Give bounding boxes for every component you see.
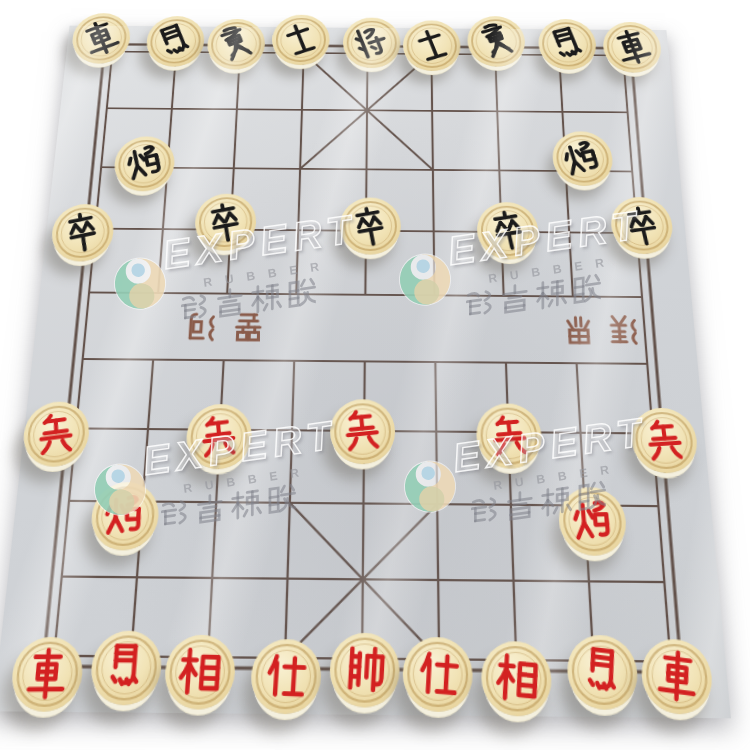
pieces-layer [70,26,667,31]
piece-character-卒 [344,202,397,252]
piece-character-兵 [336,405,389,458]
piece-character-馬 [540,21,595,68]
piece-character-炮 [566,496,620,548]
piece-character-相 [489,648,544,709]
xiangqi-board [0,26,731,719]
piece-character-士 [273,15,327,63]
piece-character-相 [172,643,228,700]
piece-character-炮 [554,134,610,183]
product-photo-stage: EXPERTRUBBEREXPERTRUBBEREXPERTRUBBEREXPE… [0,0,750,750]
piece-character-車 [74,13,128,62]
piece-character-兵 [482,410,536,462]
piece-character-馬 [148,17,202,66]
piece-black-general-f5r1[interactable] [342,17,400,68]
river-label-han-jie [561,314,643,348]
piece-character-車 [19,646,76,702]
piece-red-soldier-f5r7[interactable] [329,399,395,464]
piece-character-兵 [193,410,245,464]
piece-character-炮 [119,139,171,189]
piece-black-elephant-f7r1[interactable] [467,16,526,67]
piece-character-仕 [258,647,313,705]
piece-character-帥 [337,640,392,699]
piece-character-車 [650,645,704,708]
piece-character-馬 [575,641,629,703]
board-grid [0,26,731,719]
piece-character-仕 [411,644,466,704]
river-label-chu-he [184,310,265,344]
piece-character-卒 [57,207,108,258]
piece-character-炮 [99,490,150,543]
piece-red-elephant-f7r10[interactable] [481,641,553,717]
piece-character-將 [344,19,399,67]
piece-character-馬 [98,639,154,695]
piece-black-soldier-f5r4[interactable] [339,198,400,256]
piece-character-兵 [31,407,81,461]
piece-red-general-f5r10[interactable] [329,632,399,707]
piece-character-兵 [637,415,693,467]
piece-character-卒 [199,197,251,247]
piece-character-象 [209,20,263,69]
piece-character-卒 [481,206,535,255]
piece-character-車 [605,24,660,71]
piece-red-advisor-f6r10[interactable] [403,637,474,712]
piece-character-卒 [615,202,670,250]
piece-black-advisor-f4r1[interactable] [271,14,330,65]
